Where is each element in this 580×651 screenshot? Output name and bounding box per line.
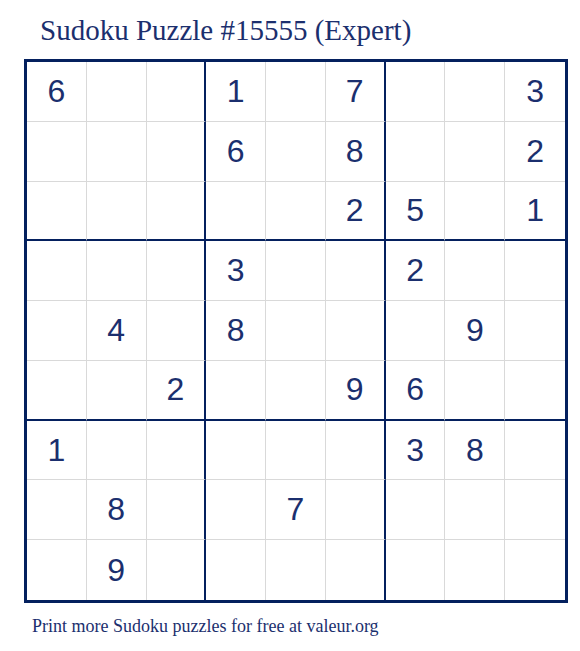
sudoku-given-r1c6: 7 <box>326 62 386 122</box>
sudoku-cell-r4c9 <box>505 241 565 301</box>
sudoku-cell-r4c6 <box>326 241 386 301</box>
sudoku-given-r4c7: 2 <box>386 241 446 301</box>
sudoku-cell-r6c4 <box>206 361 266 421</box>
sudoku-cell-r6c2 <box>87 361 147 421</box>
sudoku-cell-r6c1 <box>27 361 87 421</box>
sudoku-cell-r9c9 <box>505 540 565 600</box>
sudoku-cell-r8c4 <box>206 480 266 540</box>
sudoku-cell-r8c9 <box>505 480 565 540</box>
sudoku-cell-r9c7 <box>386 540 446 600</box>
sudoku-cell-r9c3 <box>147 540 207 600</box>
sudoku-given-r2c4: 6 <box>206 122 266 182</box>
sudoku-cell-r3c3 <box>147 182 207 242</box>
sudoku-cell-r5c3 <box>147 301 207 361</box>
sudoku-cell-r3c4 <box>206 182 266 242</box>
sudoku-cell-r1c7 <box>386 62 446 122</box>
sudoku-cell-r4c2 <box>87 241 147 301</box>
sudoku-cell-r4c8 <box>445 241 505 301</box>
page-title: Sudoku Puzzle #15555 (Expert) <box>40 12 411 48</box>
sudoku-cell-r1c3 <box>147 62 207 122</box>
sudoku-cell-r4c5 <box>266 241 326 301</box>
sudoku-cell-r1c8 <box>445 62 505 122</box>
sudoku-cell-r1c5 <box>266 62 326 122</box>
sudoku-cell-r5c1 <box>27 301 87 361</box>
sudoku-given-r1c4: 1 <box>206 62 266 122</box>
footer-text: Print more Sudoku puzzles for free at va… <box>32 614 379 638</box>
sudoku-cell-r3c8 <box>445 182 505 242</box>
sudoku-given-r5c4: 8 <box>206 301 266 361</box>
sudoku-given-r2c6: 8 <box>326 122 386 182</box>
sudoku-given-r6c6: 9 <box>326 361 386 421</box>
sudoku-cell-r2c2 <box>87 122 147 182</box>
sudoku-given-r8c2: 8 <box>87 480 147 540</box>
sudoku-cell-r8c6 <box>326 480 386 540</box>
sudoku-given-r9c2: 9 <box>87 540 147 600</box>
sudoku-given-r4c4: 3 <box>206 241 266 301</box>
sudoku-given-r3c9: 1 <box>505 182 565 242</box>
sudoku-cell-r9c5 <box>266 540 326 600</box>
sudoku-cell-r8c8 <box>445 480 505 540</box>
sudoku-given-r7c1: 1 <box>27 421 87 481</box>
sudoku-cell-r7c2 <box>87 421 147 481</box>
sudoku-cell-r3c1 <box>27 182 87 242</box>
sudoku-cell-r8c7 <box>386 480 446 540</box>
sudoku-cell-r5c6 <box>326 301 386 361</box>
sudoku-cell-r8c3 <box>147 480 207 540</box>
sudoku-cell-r2c7 <box>386 122 446 182</box>
sudoku-cell-r7c6 <box>326 421 386 481</box>
sudoku-given-r1c1: 6 <box>27 62 87 122</box>
sudoku-cell-r1c2 <box>87 62 147 122</box>
sudoku-cell-r5c7 <box>386 301 446 361</box>
sudoku-given-r5c8: 9 <box>445 301 505 361</box>
sudoku-given-r7c7: 3 <box>386 421 446 481</box>
sudoku-cell-r9c6 <box>326 540 386 600</box>
sudoku-cell-r9c1 <box>27 540 87 600</box>
sudoku-cell-r6c9 <box>505 361 565 421</box>
sudoku-cell-r8c1 <box>27 480 87 540</box>
sudoku-cell-r6c5 <box>266 361 326 421</box>
sudoku-cell-r3c2 <box>87 182 147 242</box>
sudoku-given-r6c3: 2 <box>147 361 207 421</box>
sudoku-given-r1c9: 3 <box>505 62 565 122</box>
sudoku-cell-r9c8 <box>445 540 505 600</box>
sudoku-cell-r7c5 <box>266 421 326 481</box>
sudoku-cell-r5c5 <box>266 301 326 361</box>
sudoku-board: 617368225132489296138879 <box>24 59 568 603</box>
sudoku-given-r6c7: 6 <box>386 361 446 421</box>
sudoku-cell-r7c9 <box>505 421 565 481</box>
sudoku-cell-r9c4 <box>206 540 266 600</box>
sudoku-given-r7c8: 8 <box>445 421 505 481</box>
sudoku-cell-r2c5 <box>266 122 326 182</box>
sudoku-cell-r3c5 <box>266 182 326 242</box>
sudoku-given-r5c2: 4 <box>87 301 147 361</box>
sudoku-given-r2c9: 2 <box>505 122 565 182</box>
sudoku-cell-r7c4 <box>206 421 266 481</box>
sudoku-given-r8c5: 7 <box>266 480 326 540</box>
sudoku-cell-r6c8 <box>445 361 505 421</box>
sudoku-given-r3c7: 5 <box>386 182 446 242</box>
sudoku-cell-r2c8 <box>445 122 505 182</box>
sudoku-cell-r2c1 <box>27 122 87 182</box>
sudoku-cell-r2c3 <box>147 122 207 182</box>
sudoku-given-r3c6: 2 <box>326 182 386 242</box>
sudoku-cell-r7c3 <box>147 421 207 481</box>
sudoku-cell-r4c3 <box>147 241 207 301</box>
sudoku-cell-r5c9 <box>505 301 565 361</box>
sudoku-cell-r4c1 <box>27 241 87 301</box>
